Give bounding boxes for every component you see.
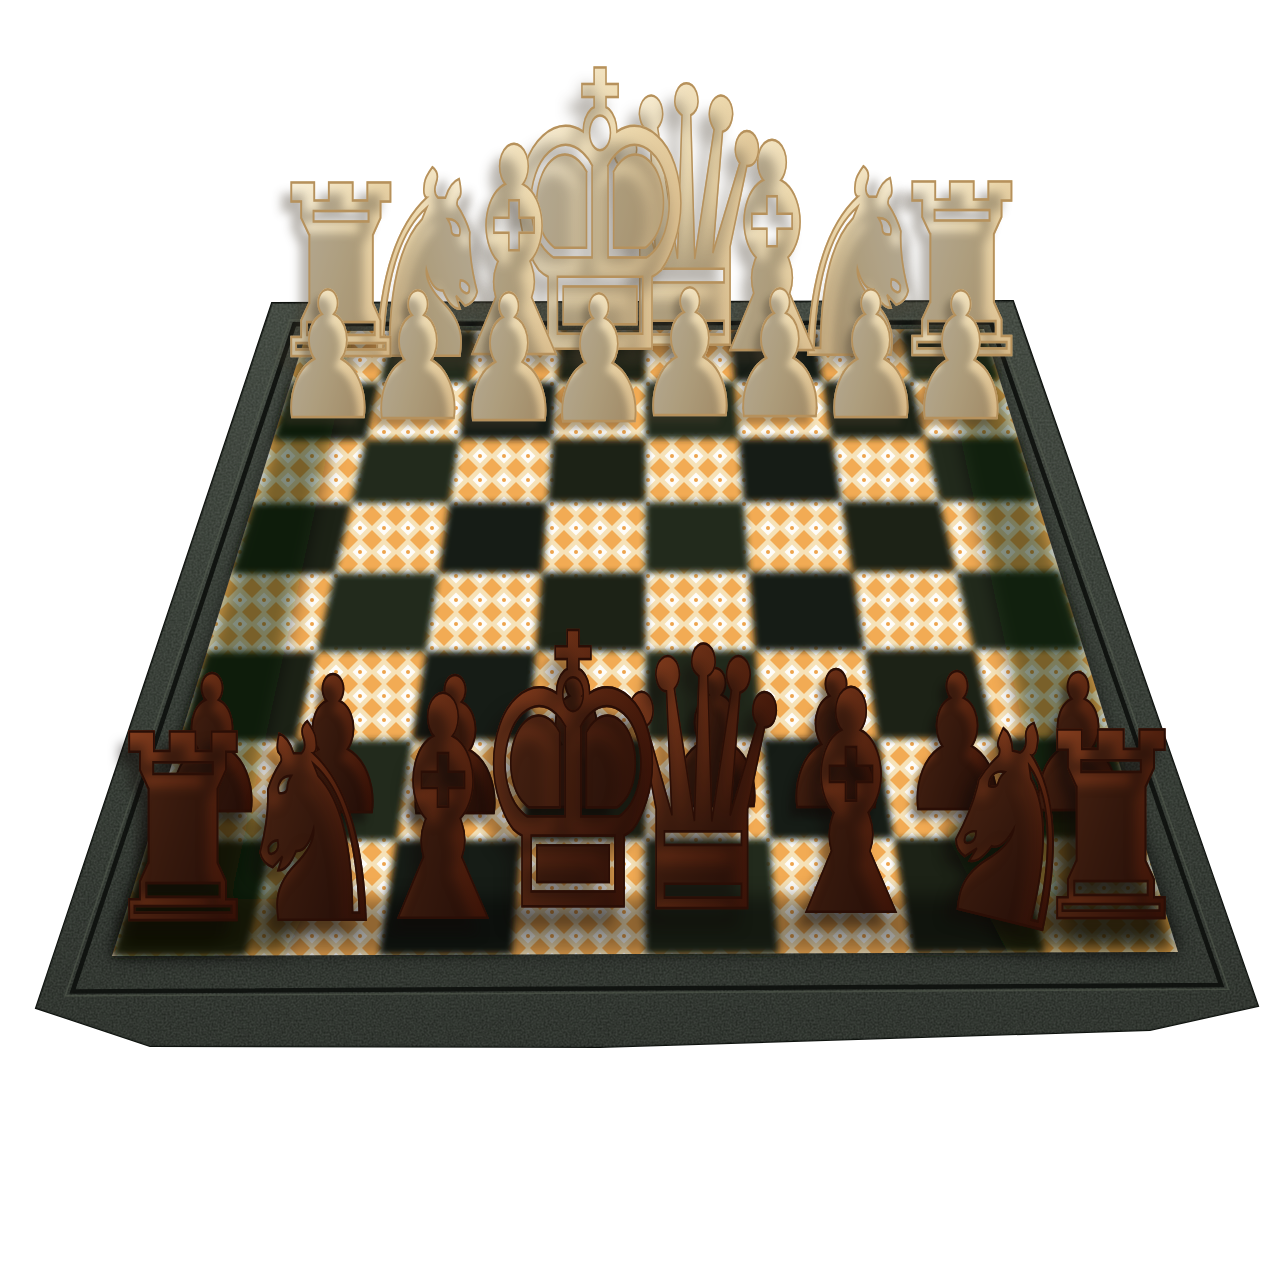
square-g5 <box>317 573 439 652</box>
square-e6 <box>529 651 646 740</box>
square-c4 <box>744 502 853 573</box>
square-g2 <box>366 382 468 440</box>
shadow-vignette <box>301 329 991 351</box>
square-e7 <box>521 739 645 840</box>
square-e4 <box>542 502 646 573</box>
square-b2 <box>823 381 925 438</box>
square-e2 <box>553 382 646 439</box>
square-d5 <box>646 572 756 651</box>
square-e3 <box>548 439 646 503</box>
board-graphic <box>0 0 1280 1280</box>
square-b6 <box>865 650 995 739</box>
square-d7 <box>645 739 769 840</box>
square-b5 <box>853 571 975 650</box>
square-d2 <box>646 382 739 439</box>
square-f7 <box>397 740 529 841</box>
square-f6 <box>412 651 536 740</box>
chessboard-photo-scene: ♜♞♝♛♚♝♞♜♟♟♟♟♟♟♟♟♟♟♟♟♟♟♟♟♜♞♝♛♚♝♞♜ <box>0 0 1280 1280</box>
square-d4 <box>646 502 750 573</box>
square-f5 <box>426 573 542 652</box>
square-f2 <box>459 382 557 439</box>
square-c6 <box>755 650 878 739</box>
square-b4 <box>842 501 956 572</box>
square-g6 <box>296 652 426 741</box>
square-g3 <box>351 440 459 504</box>
square-c2 <box>734 381 832 438</box>
square-c7 <box>762 738 894 839</box>
square-c3 <box>739 438 842 502</box>
square-f4 <box>439 503 548 574</box>
square-c5 <box>749 572 865 651</box>
square-d6 <box>646 651 763 740</box>
square-g4 <box>335 503 450 574</box>
square-e5 <box>536 572 646 651</box>
square-d3 <box>646 439 744 503</box>
square-b3 <box>832 438 940 501</box>
square-f3 <box>449 439 552 503</box>
